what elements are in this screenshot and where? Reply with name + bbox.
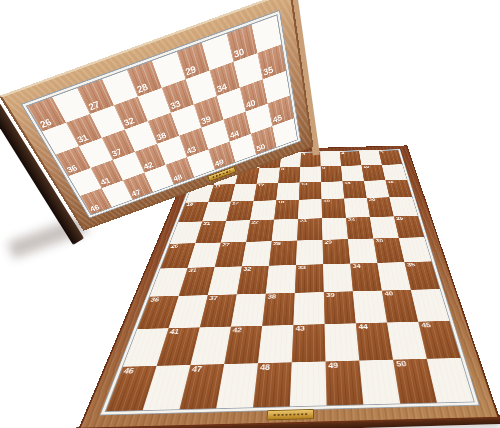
square-45[interactable]: 45 — [418, 321, 460, 359]
square-33[interactable]: 33 — [295, 264, 324, 293]
square-number: 45 — [421, 323, 432, 329]
square-number: 47 — [131, 189, 143, 198]
square-number: 11 — [214, 185, 221, 188]
square-number: 32 — [243, 267, 252, 272]
light-square — [258, 325, 293, 363]
light-square — [250, 200, 276, 220]
square-42[interactable]: 42 — [224, 326, 262, 364]
square-number: 17 — [232, 202, 239, 205]
square-number: 13 — [301, 183, 307, 186]
light-square — [382, 164, 407, 180]
square-number: 24 — [348, 218, 355, 222]
light-square — [272, 219, 298, 241]
square-number: 28 — [273, 242, 281, 246]
square-number: 37 — [208, 296, 218, 301]
square-number: 38 — [267, 294, 276, 299]
square-number: 5 — [380, 151, 383, 153]
square-number: 36 — [150, 297, 160, 302]
light-square — [300, 166, 321, 182]
scene: 1234567891011121314151617181920212223242… — [0, 0, 500, 428]
square-number: 46 — [122, 368, 135, 375]
square-14[interactable]: 14 — [342, 181, 366, 199]
light-square — [257, 167, 280, 183]
square-number: 33 — [298, 266, 306, 271]
light-square — [341, 165, 364, 181]
square-number: 48 — [172, 174, 183, 184]
square-number: 8 — [281, 168, 284, 171]
square-number: 26 — [170, 244, 179, 248]
square-35[interactable]: 35 — [404, 261, 439, 289]
light-square — [399, 237, 432, 262]
square-number: 15 — [387, 181, 394, 184]
light-square — [321, 181, 344, 199]
square-number: 29 — [324, 240, 332, 244]
square-number: 21 — [203, 222, 211, 226]
square-13[interactable]: 13 — [299, 182, 322, 200]
square-9[interactable]: 9 — [321, 166, 343, 182]
square-8[interactable]: 8 — [278, 167, 300, 183]
square-number: 30 — [375, 239, 383, 243]
light-square — [325, 323, 360, 361]
square-22[interactable]: 22 — [246, 220, 274, 242]
square-number: 9 — [322, 167, 325, 170]
square-number: 10 — [363, 166, 369, 169]
square-number: 42 — [232, 327, 242, 333]
square-18[interactable]: 18 — [274, 200, 299, 220]
light-square — [389, 197, 417, 217]
light-square — [296, 240, 323, 265]
square-24[interactable]: 24 — [346, 217, 373, 239]
square-number: 34 — [352, 264, 360, 269]
light-square — [322, 218, 348, 240]
square-number: 19 — [323, 199, 330, 202]
front-board-brass-plaque — [266, 409, 314, 420]
square-number: 35 — [407, 263, 416, 268]
square-25[interactable]: 25 — [394, 216, 424, 238]
square-32[interactable]: 32 — [237, 266, 269, 295]
square-48[interactable]: 48 — [253, 362, 292, 407]
square-number: 41 — [169, 329, 180, 335]
square-number: 27 — [222, 243, 230, 247]
square-number: 4 — [341, 152, 344, 154]
square-number: 14 — [344, 182, 351, 185]
light-square — [276, 182, 299, 200]
square-number: 44 — [358, 324, 368, 330]
light-square — [344, 198, 370, 218]
square-29[interactable]: 29 — [322, 239, 350, 264]
square-number: 50 — [396, 361, 407, 368]
light-square — [266, 265, 296, 294]
square-number: 22 — [251, 221, 259, 225]
light-square — [231, 294, 266, 327]
light-square — [323, 264, 353, 293]
square-12[interactable]: 12 — [254, 183, 279, 201]
square-number: 49 — [328, 362, 338, 369]
square-number: 3 — [302, 153, 305, 155]
square-39[interactable]: 39 — [324, 291, 356, 324]
square-49[interactable]: 49 — [325, 361, 363, 406]
square-number: 46 — [89, 204, 101, 213]
square-number: 16 — [186, 203, 194, 206]
square-number: 49 — [214, 158, 225, 168]
square-4[interactable]: 4 — [340, 151, 362, 166]
square-number: 25 — [396, 217, 404, 221]
square-number: 47 — [191, 366, 203, 373]
square-15[interactable]: 15 — [385, 180, 412, 198]
square-number: 31 — [188, 268, 197, 273]
square-number: 43 — [296, 326, 305, 332]
square-number: 50 — [256, 143, 266, 153]
square-5[interactable]: 5 — [379, 150, 403, 164]
square-number: 39 — [326, 293, 335, 298]
light-square — [293, 292, 324, 325]
square-number: 23 — [300, 219, 307, 223]
square-number: 18 — [278, 201, 285, 204]
light-square — [411, 289, 450, 322]
square-23[interactable]: 23 — [297, 218, 322, 240]
light-square — [348, 239, 377, 264]
square-19[interactable]: 19 — [321, 199, 345, 219]
square-number: 48 — [260, 364, 271, 371]
square-43[interactable]: 43 — [292, 324, 326, 362]
square-38[interactable]: 38 — [262, 293, 295, 326]
light-square — [320, 152, 341, 167]
square-number: 12 — [258, 184, 265, 187]
light-square — [216, 363, 258, 408]
light-square — [242, 241, 272, 266]
light-square — [298, 199, 322, 219]
square-number: 40 — [384, 291, 393, 296]
light-square — [290, 361, 327, 406]
square-number: 20 — [369, 198, 376, 201]
square-28[interactable]: 28 — [269, 241, 297, 266]
